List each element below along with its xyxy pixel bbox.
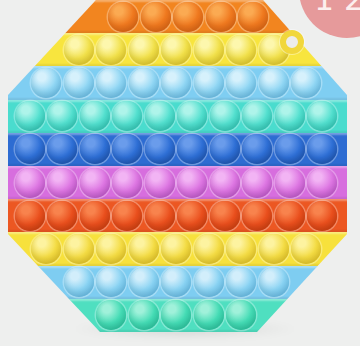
- bubble[interactable]: [259, 267, 289, 297]
- bubble[interactable]: [194, 300, 224, 330]
- bubble[interactable]: [242, 101, 272, 131]
- bubble[interactable]: [80, 101, 110, 131]
- bubble[interactable]: [15, 134, 45, 164]
- bubble[interactable]: [31, 234, 61, 264]
- bubble[interactable]: [226, 267, 256, 297]
- bubble-row-turquoise: [0, 100, 356, 133]
- bubble-row-royal-blue: [0, 133, 356, 166]
- bubble[interactable]: [206, 2, 236, 32]
- bubble[interactable]: [307, 101, 337, 131]
- bubble-row-sky-blue: [0, 266, 356, 299]
- bubble[interactable]: [226, 35, 256, 65]
- bubble[interactable]: [64, 267, 94, 297]
- bubble[interactable]: [177, 201, 207, 231]
- bubble[interactable]: [210, 101, 240, 131]
- bubble[interactable]: [194, 35, 224, 65]
- bubble-row-spring-teal: [0, 299, 356, 332]
- bubble[interactable]: [259, 234, 289, 264]
- bubble[interactable]: [161, 68, 191, 98]
- bubble[interactable]: [47, 134, 77, 164]
- bubble[interactable]: [96, 300, 126, 330]
- bubble[interactable]: [275, 201, 305, 231]
- bubble-row-orchid-pink: [0, 166, 356, 199]
- bubble[interactable]: [307, 134, 337, 164]
- bubble[interactable]: [129, 35, 159, 65]
- bubble[interactable]: [194, 68, 224, 98]
- bubble[interactable]: [112, 101, 142, 131]
- bubble[interactable]: [259, 68, 289, 98]
- bubble[interactable]: [177, 101, 207, 131]
- bubble[interactable]: [15, 101, 45, 131]
- bubble[interactable]: [275, 134, 305, 164]
- bubble[interactable]: [145, 201, 175, 231]
- bubble[interactable]: [15, 201, 45, 231]
- bubble[interactable]: [96, 267, 126, 297]
- corner-badge: 12: [299, 0, 360, 38]
- bubble[interactable]: [47, 201, 77, 231]
- bubble[interactable]: [242, 168, 272, 198]
- bubble[interactable]: [307, 201, 337, 231]
- bubble[interactable]: [31, 68, 61, 98]
- bubble[interactable]: [275, 101, 305, 131]
- bubble[interactable]: [96, 68, 126, 98]
- bubble[interactable]: [15, 168, 45, 198]
- keychain-loop-icon: [280, 30, 304, 54]
- bubble[interactable]: [47, 168, 77, 198]
- bubble[interactable]: [226, 68, 256, 98]
- bubble[interactable]: [210, 201, 240, 231]
- bubble[interactable]: [80, 134, 110, 164]
- bubble[interactable]: [291, 68, 321, 98]
- pop-it-board: [0, 0, 360, 332]
- bubble[interactable]: [112, 168, 142, 198]
- bubble[interactable]: [242, 134, 272, 164]
- bubble[interactable]: [210, 134, 240, 164]
- bubble[interactable]: [96, 35, 126, 65]
- photo-canvas: 12: [0, 0, 360, 346]
- bubble[interactable]: [177, 168, 207, 198]
- bubble[interactable]: [161, 234, 191, 264]
- bubble[interactable]: [242, 201, 272, 231]
- bubble[interactable]: [210, 168, 240, 198]
- bubble-row-red-orange: [0, 199, 356, 232]
- bubble[interactable]: [307, 168, 337, 198]
- bubble[interactable]: [64, 234, 94, 264]
- bubble[interactable]: [47, 101, 77, 131]
- bubble[interactable]: [161, 267, 191, 297]
- bubble-row-sky-blue: [0, 66, 356, 99]
- bubble[interactable]: [129, 300, 159, 330]
- badge-label: 12: [299, 0, 360, 15]
- bubble[interactable]: [112, 201, 142, 231]
- bubble-row-yellow: [0, 232, 356, 265]
- bubble[interactable]: [161, 300, 191, 330]
- bubble[interactable]: [226, 234, 256, 264]
- bubble[interactable]: [194, 267, 224, 297]
- bubble[interactable]: [129, 234, 159, 264]
- bubble[interactable]: [80, 168, 110, 198]
- bubble[interactable]: [129, 267, 159, 297]
- bubble[interactable]: [96, 234, 126, 264]
- bubble[interactable]: [238, 2, 268, 32]
- bubble[interactable]: [141, 2, 171, 32]
- bubble[interactable]: [161, 35, 191, 65]
- bubble[interactable]: [291, 234, 321, 264]
- bubble[interactable]: [177, 134, 207, 164]
- bubble[interactable]: [64, 68, 94, 98]
- bubble[interactable]: [275, 168, 305, 198]
- bubble[interactable]: [80, 201, 110, 231]
- bubble[interactable]: [145, 101, 175, 131]
- bubble[interactable]: [108, 2, 138, 32]
- bubble[interactable]: [129, 68, 159, 98]
- bubble[interactable]: [145, 168, 175, 198]
- bubble[interactable]: [194, 234, 224, 264]
- bubble[interactable]: [226, 300, 256, 330]
- bubble[interactable]: [145, 134, 175, 164]
- bubble[interactable]: [112, 134, 142, 164]
- bubble[interactable]: [173, 2, 203, 32]
- bubble[interactable]: [64, 35, 94, 65]
